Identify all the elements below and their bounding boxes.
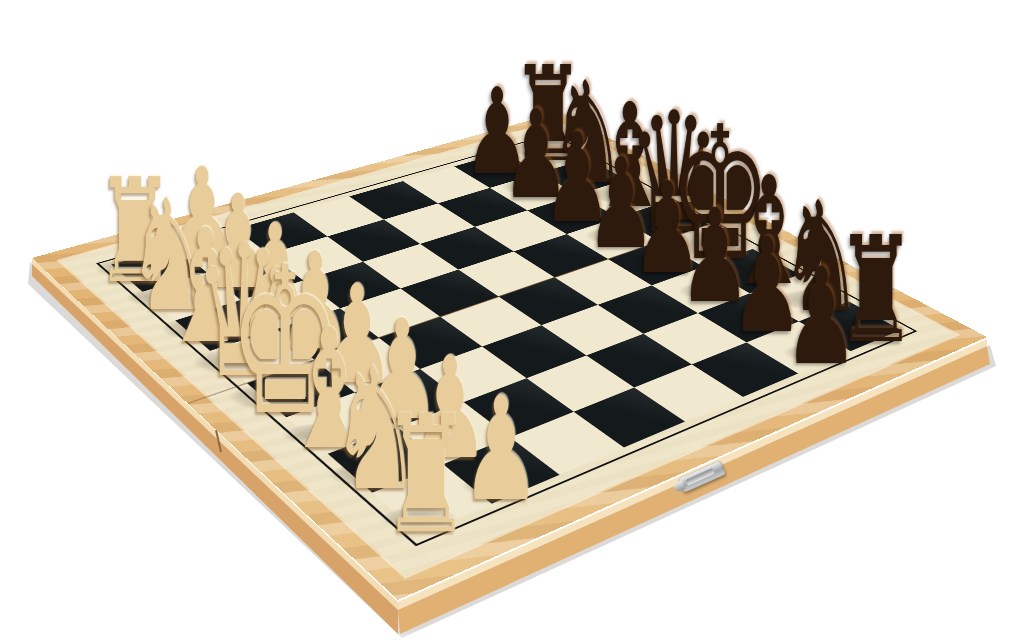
studio-photo-background: { "game": "chess", "scene": { "subject":… xyxy=(0,0,1024,641)
